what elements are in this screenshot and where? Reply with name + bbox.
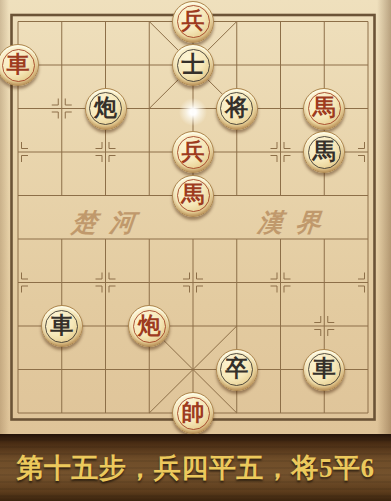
piece-black-将[interactable]: 将 (216, 88, 258, 130)
piece-black-卒[interactable]: 卒 (216, 349, 258, 391)
piece-glyph: 車 (50, 314, 73, 337)
piece-glyph: 馬 (313, 140, 336, 163)
piece-black-馬[interactable]: 馬 (303, 131, 345, 173)
board-cell: 炮 (84, 87, 128, 131)
piece-black-士[interactable]: 士 (172, 44, 214, 86)
board-cell: 車 (40, 304, 84, 348)
board-cell: 馬 (302, 87, 346, 131)
board-cell: 馬 (171, 174, 215, 218)
piece-glyph: 炮 (94, 96, 117, 119)
piece-glyph: 馬 (313, 96, 336, 119)
piece-black-車[interactable]: 車 (303, 349, 345, 391)
piece-red-馬[interactable]: 馬 (172, 175, 214, 217)
piece-glyph: 車 (7, 53, 30, 76)
board-cell: 兵 (171, 130, 215, 174)
piece-red-兵[interactable]: 兵 (172, 131, 214, 173)
piece-glyph: 車 (313, 357, 336, 380)
piece-glyph: 炮 (138, 314, 161, 337)
piece-red-車[interactable]: 車 (0, 44, 39, 86)
board-cell: 馬 (302, 130, 346, 174)
piece-glyph: 兵 (182, 9, 205, 32)
board-cell: 車 (302, 348, 346, 392)
piece-glyph: 馬 (182, 183, 205, 206)
caption-bar: 第十五步，兵四平五，将5平6 (0, 434, 391, 501)
piece-glyph: 帥 (182, 401, 205, 424)
piece-glyph: 兵 (182, 140, 205, 163)
piece-black-炮[interactable]: 炮 (85, 88, 127, 130)
piece-red-炮[interactable]: 炮 (128, 305, 170, 347)
piece-black-車[interactable]: 車 (41, 305, 83, 347)
board-cell: 車 (0, 43, 40, 87)
board-cell: 兵 (171, 0, 215, 43)
board-cell: 士 (171, 43, 215, 87)
piece-glyph: 将 (225, 96, 248, 119)
piece-red-兵[interactable]: 兵 (172, 1, 214, 43)
board-cell: 帥 (171, 391, 215, 435)
board-cell: 将 (215, 87, 259, 131)
board-grid[interactable]: 兵車士炮将馬兵馬馬車炮卒車帥 (0, 0, 390, 435)
move-caption: 第十五步，兵四平五，将5平6 (17, 450, 375, 486)
piece-red-馬[interactable]: 馬 (303, 88, 345, 130)
piece-glyph: 士 (182, 53, 205, 76)
board-cell: 卒 (215, 348, 259, 392)
board-cell: 炮 (127, 304, 171, 348)
piece-red-帥[interactable]: 帥 (172, 392, 214, 434)
xiangqi-app-screen: 楚河 漢界 兵車士炮将馬兵馬馬車炮卒車帥 第十五步，兵四平五，将5平6 (0, 0, 391, 501)
xiangqi-board[interactable]: 楚河 漢界 兵車士炮将馬兵馬馬車炮卒車帥 (0, 0, 391, 434)
piece-glyph: 卒 (225, 357, 248, 380)
